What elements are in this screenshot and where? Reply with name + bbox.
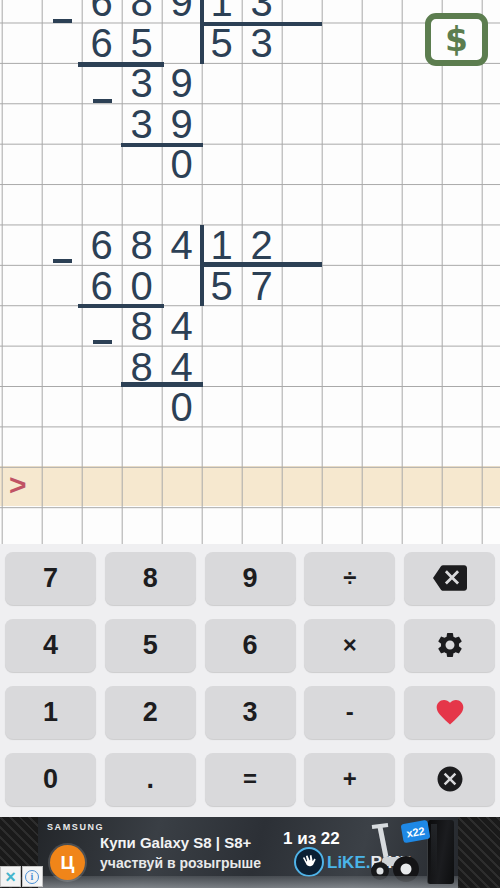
key-divide[interactable]: ÷ <box>304 552 395 605</box>
division-digit: 2 <box>251 225 273 265</box>
division-bar <box>121 382 203 387</box>
key-9[interactable]: 9 <box>205 552 296 605</box>
division-digit: 0 <box>171 144 193 184</box>
key-1[interactable]: 1 <box>5 686 96 739</box>
division-digit: 8 <box>131 306 153 346</box>
key-3[interactable]: 3 <box>205 686 296 739</box>
key-6[interactable]: 6 <box>205 619 296 672</box>
division-digit: 3 <box>251 0 273 22</box>
key-5[interactable]: 5 <box>105 619 196 672</box>
division-digit: 3 <box>131 104 153 144</box>
division-digit: 6 <box>91 266 113 306</box>
close-circle-icon <box>435 764 465 794</box>
ad-close-button[interactable]: × <box>0 866 21 887</box>
division-digit: 4 <box>171 347 193 387</box>
ad-store-logo: Ц <box>50 845 85 880</box>
ad-side-pattern-right <box>458 817 500 888</box>
backspace-icon <box>433 565 467 591</box>
division-digit: 6 <box>91 225 113 265</box>
keypad: 7 8 9 ÷ 4 5 6 × 1 2 3 - 0 . = + <box>0 544 500 818</box>
division-bar <box>78 304 164 309</box>
key-2[interactable]: 2 <box>105 686 196 739</box>
minus-sign <box>53 19 72 23</box>
key-backspace[interactable] <box>404 552 495 605</box>
division-digit: 5 <box>211 266 233 306</box>
division-digit: 8 <box>131 225 153 265</box>
minus-sign <box>93 99 112 103</box>
division-digit: 4 <box>171 225 193 265</box>
ad-content: SAMSUNG Ц Купи Galaxy S8 | S8+ участвуй … <box>38 817 458 888</box>
rock-hand-icon <box>294 847 324 877</box>
division-digit: 0 <box>171 387 193 427</box>
info-icon: i <box>25 870 39 884</box>
ad-counter: 1 из 22 <box>283 829 340 849</box>
ad-headline: Купи Galaxy S8 | S8+ <box>100 834 251 851</box>
division-bar <box>78 62 164 67</box>
division-bar <box>200 0 204 64</box>
division-digit: 4 <box>171 306 193 346</box>
division-digit: 8 <box>131 0 153 22</box>
division-digit: 5 <box>131 23 153 63</box>
division-digit: 9 <box>171 63 193 103</box>
division-digit: 1 <box>211 225 233 265</box>
worksheet-paper: 6891365533939068412605784840 > $ <box>0 0 500 544</box>
settings-gear-icon <box>435 630 465 660</box>
heart-icon <box>433 696 467 728</box>
division-bar <box>121 143 203 148</box>
ad-x22-tag: x22 <box>401 820 431 843</box>
app-screen: 6891365533939068412605784840 > $ 7 8 9 ÷… <box>0 0 500 888</box>
division-digit: 9 <box>171 104 193 144</box>
division-digit: 1 <box>211 0 233 22</box>
ad-samsung-logo: SAMSUNG <box>47 822 104 832</box>
rewards-money-button[interactable]: $ <box>425 13 488 66</box>
minus-sign <box>53 259 72 263</box>
key-minus[interactable]: - <box>304 686 395 739</box>
ad-subline: участвуй в розыгрыше <box>100 855 261 871</box>
division-digit: 9 <box>171 0 193 22</box>
division-digit: 8 <box>131 347 153 387</box>
key-multiply[interactable]: × <box>304 619 395 672</box>
dollar-icon: $ <box>445 23 468 56</box>
key-4[interactable]: 4 <box>5 619 96 672</box>
division-digit: 7 <box>251 266 273 306</box>
key-favorite[interactable] <box>404 686 495 739</box>
division-bar <box>202 262 322 267</box>
key-settings[interactable] <box>404 619 495 672</box>
division-bar <box>202 22 322 27</box>
ad-banner[interactable]: SAMSUNG Ц Купи Galaxy S8 | S8+ участвуй … <box>0 817 500 888</box>
key-plus[interactable]: + <box>304 753 395 806</box>
phone-image <box>427 820 454 884</box>
division-digit: 6 <box>91 0 113 22</box>
minus-sign <box>93 340 112 344</box>
close-icon: × <box>5 868 16 886</box>
division-digit: 0 <box>131 266 153 306</box>
key-7[interactable]: 7 <box>5 552 96 605</box>
division-digit: 3 <box>251 23 273 63</box>
key-decimal[interactable]: . <box>105 753 196 806</box>
division-digit: 6 <box>91 23 113 63</box>
division-digit: 3 <box>131 63 153 103</box>
division-digit: 5 <box>211 23 233 63</box>
ad-info-button[interactable]: i <box>22 866 43 887</box>
input-prompt: > <box>9 468 27 502</box>
key-close[interactable] <box>404 753 495 806</box>
division-work-area: 6891365533939068412605784840 <box>0 0 500 544</box>
key-0[interactable]: 0 <box>5 753 96 806</box>
key-equals[interactable]: = <box>205 753 296 806</box>
key-8[interactable]: 8 <box>105 552 196 605</box>
